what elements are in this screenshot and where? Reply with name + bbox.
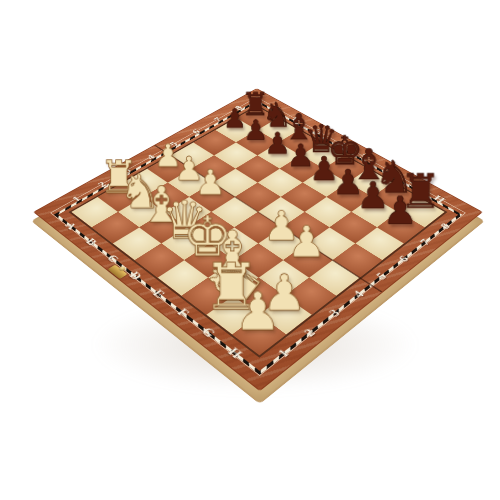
pawn-glyph: ♟ xyxy=(369,191,430,230)
product-photo-scene: AABBCCDDEEFFGGHH1122334455667788♜♞♝♛♚♝♞♜… xyxy=(0,0,500,500)
pawn-glyph: ♟ xyxy=(223,285,292,338)
pawn-glyph: ♟ xyxy=(274,220,338,263)
